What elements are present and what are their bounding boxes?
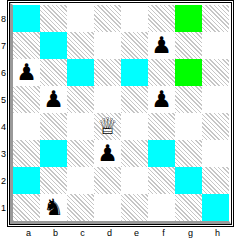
- square-d4[interactable]: ♛♕: [94, 113, 121, 140]
- square-f3[interactable]: [148, 140, 175, 167]
- board-outer-frame: ♟♟♟♟♛♕♟♞: [7, 0, 234, 227]
- black-pawn-piece: ♟: [148, 86, 175, 113]
- square-e7[interactable]: [121, 32, 148, 59]
- square-g7[interactable]: [175, 32, 202, 59]
- square-a3[interactable]: [13, 140, 40, 167]
- square-d2[interactable]: [94, 167, 121, 194]
- square-e8[interactable]: [121, 5, 148, 32]
- square-f7[interactable]: ♟: [148, 32, 175, 59]
- square-f1[interactable]: [148, 194, 175, 221]
- square-d3[interactable]: ♟: [94, 140, 121, 167]
- rank-label-8: 8: [0, 5, 7, 32]
- file-label-d: d: [96, 227, 123, 239]
- square-g2[interactable]: [175, 167, 202, 194]
- square-b3[interactable]: [40, 140, 67, 167]
- square-a1[interactable]: [13, 194, 40, 221]
- black-pawn-piece: ♟: [148, 32, 175, 59]
- black-pawn-piece: ♟: [94, 140, 121, 167]
- board-inner-frame: ♟♟♟♟♛♕♟♞: [9, 2, 232, 225]
- square-b7[interactable]: [40, 32, 67, 59]
- square-h2[interactable]: [202, 167, 229, 194]
- square-e1[interactable]: [121, 194, 148, 221]
- rank-label-5: 5: [0, 86, 7, 113]
- square-a4[interactable]: [13, 113, 40, 140]
- square-e5[interactable]: [121, 86, 148, 113]
- rank-label-4: 4: [0, 113, 7, 140]
- square-c6[interactable]: [67, 59, 94, 86]
- rank-label-1: 1: [0, 194, 7, 221]
- file-label-g: g: [177, 227, 204, 239]
- square-g1[interactable]: [175, 194, 202, 221]
- square-d6[interactable]: [94, 59, 121, 86]
- square-b5[interactable]: ♟: [40, 86, 67, 113]
- square-b1[interactable]: ♞: [40, 194, 67, 221]
- square-a6[interactable]: ♟: [13, 59, 40, 86]
- square-c1[interactable]: [67, 194, 94, 221]
- square-c8[interactable]: [67, 5, 94, 32]
- square-f4[interactable]: [148, 113, 175, 140]
- white-queen-piece: ♕: [94, 113, 121, 140]
- rank-label-3: 3: [0, 140, 7, 167]
- chess-board: ♟♟♟♟♛♕♟♞: [13, 5, 229, 221]
- square-h7[interactable]: [202, 32, 229, 59]
- file-labels: abcdefgh: [15, 227, 234, 239]
- square-a8[interactable]: [13, 5, 40, 32]
- square-e3[interactable]: [121, 140, 148, 167]
- file-label-c: c: [69, 227, 96, 239]
- square-h5[interactable]: [202, 86, 229, 113]
- square-b8[interactable]: [40, 5, 67, 32]
- rank-label-2: 2: [0, 167, 7, 194]
- file-label-h: h: [204, 227, 231, 239]
- square-a5[interactable]: [13, 86, 40, 113]
- square-h6[interactable]: [202, 59, 229, 86]
- square-g6[interactable]: [175, 59, 202, 86]
- square-c2[interactable]: [67, 167, 94, 194]
- square-c4[interactable]: [67, 113, 94, 140]
- square-g3[interactable]: [175, 140, 202, 167]
- square-e6[interactable]: [121, 59, 148, 86]
- square-c3[interactable]: [67, 140, 94, 167]
- square-a2[interactable]: [13, 167, 40, 194]
- square-f6[interactable]: [148, 59, 175, 86]
- square-d5[interactable]: [94, 86, 121, 113]
- square-d7[interactable]: [94, 32, 121, 59]
- black-pawn-piece: ♟: [40, 86, 67, 113]
- square-g4[interactable]: [175, 113, 202, 140]
- square-a7[interactable]: [13, 32, 40, 59]
- square-f5[interactable]: ♟: [148, 86, 175, 113]
- square-h8[interactable]: [202, 5, 229, 32]
- square-c5[interactable]: [67, 86, 94, 113]
- square-d8[interactable]: [94, 5, 121, 32]
- square-h4[interactable]: [202, 113, 229, 140]
- square-e2[interactable]: [121, 167, 148, 194]
- rank-label-6: 6: [0, 59, 7, 86]
- file-label-a: a: [15, 227, 42, 239]
- square-b6[interactable]: [40, 59, 67, 86]
- file-label-b: b: [42, 227, 69, 239]
- rank-label-7: 7: [0, 32, 7, 59]
- square-g5[interactable]: [175, 86, 202, 113]
- square-c7[interactable]: [67, 32, 94, 59]
- black-knight-piece: ♞: [40, 194, 67, 221]
- square-f8[interactable]: [148, 5, 175, 32]
- square-g8[interactable]: [175, 5, 202, 32]
- square-h1[interactable]: [202, 194, 229, 221]
- rank-labels: 87654321: [0, 5, 7, 227]
- square-h3[interactable]: [202, 140, 229, 167]
- file-label-f: f: [150, 227, 177, 239]
- square-b2[interactable]: [40, 167, 67, 194]
- black-pawn-piece: ♟: [13, 59, 40, 86]
- square-d1[interactable]: [94, 194, 121, 221]
- square-e4[interactable]: [121, 113, 148, 140]
- file-label-e: e: [123, 227, 150, 239]
- chess-diagram: 87654321 ♟♟♟♟♛♕♟♞: [0, 0, 234, 227]
- square-f2[interactable]: [148, 167, 175, 194]
- square-b4[interactable]: [40, 113, 67, 140]
- board-shadow-frame: ♟♟♟♟♛♕♟♞: [10, 3, 231, 224]
